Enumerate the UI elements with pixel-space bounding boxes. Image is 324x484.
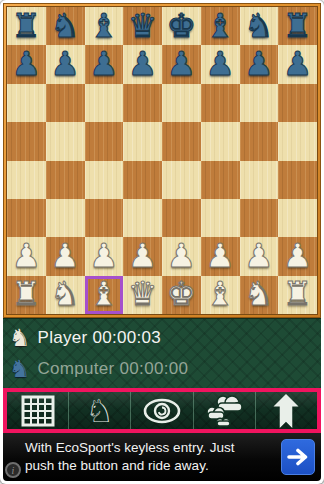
square-d4[interactable]	[123, 161, 162, 199]
toolbar-button-pieces[interactable]: ♘	[68, 392, 130, 429]
toolbar-button-view[interactable]	[130, 392, 192, 429]
square-c5[interactable]	[85, 122, 124, 160]
square-a4[interactable]	[7, 161, 46, 199]
white-pawn: ♟	[283, 239, 313, 272]
square-h2[interactable]: ♟	[278, 237, 317, 275]
black-king: ♚	[167, 9, 197, 42]
square-c2[interactable]: ♟	[85, 237, 124, 275]
white-rook: ♜	[283, 277, 313, 310]
white-pawn: ♟	[12, 239, 42, 272]
square-b1[interactable]: ♞	[46, 276, 85, 314]
square-d1[interactable]: ♛	[123, 276, 162, 314]
square-f5[interactable]	[201, 122, 240, 160]
square-h5[interactable]	[278, 122, 317, 160]
square-a7[interactable]: ♟	[7, 45, 46, 83]
black-pawn: ♟	[50, 47, 80, 80]
black-rook: ♜	[12, 9, 42, 42]
square-d8[interactable]: ♛	[123, 7, 162, 45]
square-d6[interactable]	[123, 84, 162, 122]
board-frame: ♜♞♝♛♚♝♞♜♟♟♟♟♟♟♟♟♟♟♟♟♟♟♟♟♜♞♝♛♚♝♞♜	[3, 3, 321, 318]
white-king: ♚	[167, 277, 197, 310]
computer-label: Computer	[38, 359, 115, 378]
square-e1[interactable]: ♚	[162, 276, 201, 314]
ad-cta-button[interactable]	[281, 439, 315, 475]
black-knight: ♞	[244, 9, 274, 42]
app-screenshot: ♜♞♝♛♚♝♞♜♟♟♟♟♟♟♟♟♟♟♟♟♟♟♟♟♜♞♝♛♚♝♞♜ ♞ Playe…	[0, 0, 324, 484]
black-bishop: ♝	[89, 9, 119, 42]
toolbar: ♘	[3, 388, 321, 433]
square-c6[interactable]	[85, 84, 124, 122]
square-e5[interactable]	[162, 122, 201, 160]
player-clock-row: ♞ Player 00:00:03	[9, 324, 315, 352]
square-h4[interactable]	[278, 161, 317, 199]
square-h3[interactable]	[278, 199, 317, 237]
black-bishop: ♝	[205, 9, 235, 42]
board-grid-icon	[21, 395, 55, 427]
square-a6[interactable]	[7, 84, 46, 122]
square-a5[interactable]	[7, 122, 46, 160]
square-b4[interactable]	[46, 161, 85, 199]
square-f4[interactable]	[201, 161, 240, 199]
blue-knight-icon: ♞	[9, 357, 31, 381]
toolbar-button-hint[interactable]	[193, 392, 255, 429]
square-c3[interactable]	[85, 199, 124, 237]
clouds-icon	[203, 395, 245, 427]
square-a1[interactable]: ♜	[7, 276, 46, 314]
square-a2[interactable]: ♟	[7, 237, 46, 275]
black-pawn: ♟	[12, 47, 42, 80]
square-c1[interactable]: ♝	[85, 276, 124, 314]
square-f6[interactable]	[201, 84, 240, 122]
black-knight: ♞	[50, 9, 80, 42]
square-f3[interactable]	[201, 199, 240, 237]
square-h7[interactable]: ♟	[278, 45, 317, 83]
square-h8[interactable]: ♜	[278, 7, 317, 45]
square-b6[interactable]	[46, 84, 85, 122]
black-pawn: ♟	[89, 47, 119, 80]
toolbar-button-board[interactable]	[7, 392, 68, 429]
square-f8[interactable]: ♝	[201, 7, 240, 45]
ad-line1: With EcoSport's keyless entry. Just	[25, 439, 281, 457]
square-e7[interactable]: ♟	[162, 45, 201, 83]
square-b3[interactable]	[46, 199, 85, 237]
square-b7[interactable]: ♟	[46, 45, 85, 83]
white-pawn: ♟	[50, 239, 80, 272]
white-knight: ♞	[244, 277, 274, 310]
square-d2[interactable]: ♟	[123, 237, 162, 275]
square-h1[interactable]: ♜	[278, 276, 317, 314]
square-b2[interactable]: ♟	[46, 237, 85, 275]
square-b5[interactable]	[46, 122, 85, 160]
square-g2[interactable]: ♟	[240, 237, 279, 275]
square-g1[interactable]: ♞	[240, 276, 279, 314]
player-clock-text: Player 00:00:03	[38, 328, 162, 348]
white-bishop: ♝	[89, 277, 119, 310]
white-pawn: ♟	[205, 239, 235, 272]
info-icon[interactable]: i	[5, 462, 21, 478]
black-pawn: ♟	[167, 47, 197, 80]
black-pawn: ♟	[128, 47, 158, 80]
square-h6[interactable]	[278, 84, 317, 122]
white-bishop: ♝	[205, 277, 235, 310]
computer-time: 00:00:00	[120, 359, 189, 378]
player-time: 00:00:03	[93, 328, 162, 347]
black-queen: ♛	[128, 9, 158, 42]
arrow-up-icon	[272, 394, 300, 428]
black-pawn: ♟	[244, 47, 274, 80]
square-d5[interactable]	[123, 122, 162, 160]
ad-text: With EcoSport's keyless entry. Just push…	[25, 439, 281, 475]
black-pawn: ♟	[205, 47, 235, 80]
clock-panel: ♞ Player 00:00:03 ♞ Computer 00:00:00	[3, 318, 321, 388]
white-pawn: ♟	[89, 239, 119, 272]
square-g3[interactable]	[240, 199, 279, 237]
black-pawn: ♟	[283, 47, 313, 80]
square-e8[interactable]: ♚	[162, 7, 201, 45]
right-arrow-icon	[287, 448, 309, 466]
eye-icon	[143, 398, 181, 424]
square-a3[interactable]	[7, 199, 46, 237]
ad-line2: push the button and ride away.	[25, 457, 281, 475]
square-c7[interactable]: ♟	[85, 45, 124, 83]
square-d7[interactable]: ♟	[123, 45, 162, 83]
white-knight: ♞	[50, 277, 80, 310]
toolbar-button-undo[interactable]	[255, 392, 317, 429]
square-e6[interactable]	[162, 84, 201, 122]
square-f7[interactable]: ♟	[201, 45, 240, 83]
square-g8[interactable]: ♞	[240, 7, 279, 45]
square-g7[interactable]: ♟	[240, 45, 279, 83]
black-rook: ♜	[283, 9, 313, 42]
computer-clock-row: ♞ Computer 00:00:00	[9, 355, 315, 383]
white-pawn: ♟	[244, 239, 274, 272]
square-f1[interactable]: ♝	[201, 276, 240, 314]
white-pawn: ♟	[128, 239, 158, 272]
white-rook: ♜	[12, 277, 42, 310]
white-pawn: ♟	[167, 239, 197, 272]
square-b8[interactable]: ♞	[46, 7, 85, 45]
chess-board: ♜♞♝♛♚♝♞♜♟♟♟♟♟♟♟♟♟♟♟♟♟♟♟♟♜♞♝♛♚♝♞♜	[7, 7, 317, 314]
player-label: Player	[38, 328, 88, 347]
square-d3[interactable]	[123, 199, 162, 237]
square-e3[interactable]	[162, 199, 201, 237]
square-f2[interactable]: ♟	[201, 237, 240, 275]
square-c4[interactable]	[85, 161, 124, 199]
square-e4[interactable]	[162, 161, 201, 199]
white-queen: ♛	[128, 277, 158, 310]
white-knight-icon: ♞	[9, 326, 31, 350]
square-g6[interactable]	[240, 84, 279, 122]
knight-icon: ♘	[85, 395, 114, 427]
square-c8[interactable]: ♝	[85, 7, 124, 45]
square-g5[interactable]	[240, 122, 279, 160]
computer-clock-text: Computer 00:00:00	[38, 359, 189, 379]
ad-banner[interactable]: With EcoSport's keyless entry. Just push…	[3, 433, 321, 481]
square-e2[interactable]: ♟	[162, 237, 201, 275]
square-g4[interactable]	[240, 161, 279, 199]
square-a8[interactable]: ♜	[7, 7, 46, 45]
